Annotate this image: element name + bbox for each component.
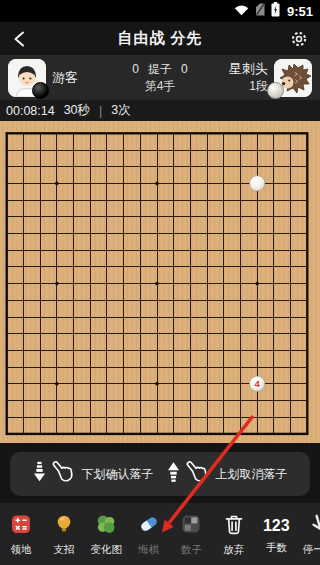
black-captures: 0 [132,60,139,77]
lower-panel: 下划确认落子 上划取消落子 领地 支招 [0,443,320,565]
byoyomi-seconds: 30秒 [64,102,90,119]
hand-pointer-icon [51,460,75,488]
black-stone-badge [32,82,49,99]
white-captures: 0 [181,60,188,77]
territory-calc-icon [9,512,33,540]
white-player-info: 星刺头 1段 [229,60,268,95]
hint-button[interactable]: 支招 [43,503,86,565]
territory-button[interactable]: 领地 [0,503,43,565]
black-player-avatar[interactable] [8,59,46,97]
timer-bar: 00:08:14 30秒 | 3次 [0,100,320,121]
move-number-label: 第4手 [132,78,187,95]
hand-pointer-icon [185,460,209,488]
move-numbers-button[interactable]: 123 手数 [255,503,298,565]
white-stone [250,176,265,191]
svg-text:4: 4 [255,378,261,389]
byoyomi-periods: 3次 [111,102,130,119]
trash-icon [222,512,246,540]
white-stone-badge [267,82,284,99]
app-screen: 9:51 自由战 分先 游客 0 [0,0,320,565]
pass-arrow-icon [307,512,320,540]
captures-label: 提子 [148,60,172,77]
swipe-down-arrow-icon [33,461,46,488]
no-sim-icon [254,2,266,20]
bottom-toolbar: 领地 支招 变化图 悔棋 [0,503,320,565]
clock-time: 9:51 [287,4,313,19]
checker-squares-icon [179,512,203,540]
main-time: 00:08:14 [6,104,55,118]
go-board[interactable]: 4 [0,121,320,443]
players-bar: 游客 0 提子 0 第4手 星刺头 1段 [0,55,320,100]
cancel-move-hint: 上划取消落子 [216,466,288,483]
pass-button[interactable]: 停一手 [298,503,320,565]
white-player-avatar[interactable] [274,59,312,97]
status-bar: 9:51 [0,0,320,22]
gesture-hint-bar[interactable]: 下划确认落子 上划取消落子 [10,452,310,496]
battery-charging-icon [271,2,280,21]
confirm-move-hint: 下划确认落子 [82,466,154,483]
back-button[interactable] [8,27,32,51]
black-player-name: 游客 [52,69,78,87]
lightbulb-icon [52,512,76,540]
resign-button[interactable]: 放弃 [213,503,256,565]
move-numbers-123-icon: 123 [263,514,290,538]
variation-diagram-button[interactable]: 变化图 [85,503,128,565]
page-title: 自由战 分先 [117,29,202,48]
settings-gear-icon[interactable] [288,28,310,50]
game-status: 0 提子 0 第4手 [132,60,187,95]
pill-undo-icon [137,512,161,540]
variation-circles-icon [94,512,118,540]
swipe-up-arrow-icon [167,461,180,488]
count-score-button[interactable]: 数子 [170,503,213,565]
white-player-rank: 1段 [229,78,268,95]
timer-separator: | [99,104,102,118]
header: 自由战 分先 [0,22,320,55]
undo-move-button[interactable]: 悔棋 [128,503,171,565]
white-player-name: 星刺头 [229,60,268,78]
wifi-icon [234,2,249,20]
